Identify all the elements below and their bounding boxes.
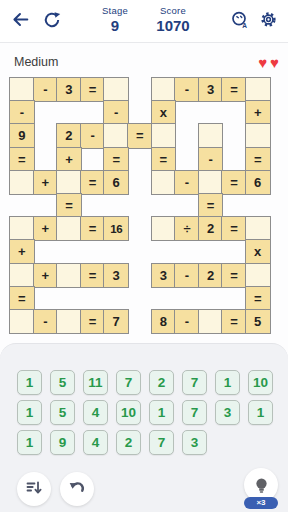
board-cell-empty[interactable] [10,310,34,333]
number-tile[interactable]: 4 [83,400,108,425]
board-cell-given: x [246,240,270,263]
sub-header: Medium ♥♥ [14,51,279,73]
number-tile[interactable]: 10 [116,400,141,425]
number-tile[interactable]: 3 [182,430,207,455]
number-tile[interactable]: 5 [50,400,75,425]
board-cell-given: + [57,148,81,171]
restart-button[interactable] [38,7,66,35]
board-cell-given: = [57,194,81,217]
board-gap [81,148,105,171]
board-cell-empty[interactable] [57,217,81,240]
board-cell-given: = [222,171,246,194]
board-gap [222,124,246,147]
board-cell-given: - [34,310,58,333]
hint-count-badge: ×3 [244,497,278,509]
board-cell-given: = [81,310,105,333]
board-cell-empty[interactable] [152,171,176,194]
board-cell-empty[interactable] [152,78,176,101]
board-cell-given: = [246,148,270,171]
tile-row: 154101731 [17,400,288,425]
board-cell-empty[interactable] [152,217,176,240]
board-gap [34,124,58,147]
board-cell-given: = [81,217,105,240]
number-tile[interactable]: 1 [17,370,42,395]
board-cell-given: = [222,217,246,240]
score-stat: Score 1070 [142,5,204,34]
board-gap [34,287,58,310]
board-gap [222,287,246,310]
board-cell-given: 2 [199,217,223,240]
board-gap [175,124,199,147]
stage-stat: Stage 9 [88,5,142,34]
board-gap [128,148,152,171]
board-gap [34,194,58,217]
number-tile[interactable]: 2 [116,430,141,455]
board-cell-given: = [81,78,105,101]
board-cell-given: 2 [57,124,81,147]
board-cell-empty[interactable] [57,171,81,194]
board-gap [104,287,128,310]
board-cell-given: - [104,101,128,124]
board-gap [128,240,152,263]
board-cell-given: = [152,148,176,171]
number-tile[interactable]: 7 [182,370,207,395]
board-cell-given: 9 [10,124,34,147]
board-cell-empty[interactable] [10,264,34,287]
board-gap [199,101,223,124]
board-cell-given: 6 [104,171,128,194]
svg-text:A: A [242,22,247,29]
board-gap [199,240,223,263]
board-gap [81,194,105,217]
board-cell-given: = [81,264,105,287]
tile-row: 194273 [17,430,288,455]
board-cell-given: = [10,287,34,310]
board-gap [175,194,199,217]
board-gap [104,240,128,263]
number-tile[interactable]: 9 [50,430,75,455]
board-gap [34,148,58,171]
score-label: Score [142,5,204,16]
board-gap [222,240,246,263]
medal-button[interactable]: A [226,7,254,35]
stage-label: Stage [88,5,142,16]
board-gap [175,148,199,171]
board-cell-given: - [175,310,199,333]
board-cell-given: 3 [199,78,223,101]
board-cell-empty[interactable] [104,124,128,147]
board-gap [152,194,176,217]
number-tile[interactable]: 7 [116,370,141,395]
board-gap [81,101,105,124]
app: Stage 9 Score 1070 A [0,0,288,512]
board-cell-given: x [152,101,176,124]
settings-button[interactable] [254,7,282,35]
board-gap [246,194,270,217]
board-cell-given: - [199,148,223,171]
board-cell-given: + [246,101,270,124]
number-tile[interactable]: 5 [50,370,75,395]
number-tile[interactable]: 7 [182,400,207,425]
number-tile[interactable]: 1 [215,370,240,395]
board: -3=-3=--x+92-==+==-=+=6-=6==+=16÷2=+x+=3… [10,78,270,333]
board-gap [152,240,176,263]
board-cell-given: + [34,264,58,287]
board-cell-given: = [222,78,246,101]
board-cell-empty[interactable] [57,310,81,333]
board-cell-given: = [199,194,223,217]
board-gap [152,287,176,310]
board-cell-empty[interactable] [104,78,128,101]
score-value: 1070 [142,17,204,34]
board-cell-empty[interactable] [246,217,270,240]
hint-button[interactable]: ×3 [244,468,278,512]
difficulty-label: Medium [14,55,58,69]
back-button[interactable] [6,7,34,35]
board-gap [57,240,81,263]
board-cell-empty[interactable] [10,171,34,194]
number-tile[interactable]: 2 [149,370,174,395]
board-cell-empty[interactable] [199,171,223,194]
board-cell-given: 3 [152,264,176,287]
board-gap [222,194,246,217]
board-gap [128,217,152,240]
board-gap [175,101,199,124]
board-cell-empty[interactable] [246,264,270,287]
board-cell-given: - [175,78,199,101]
board-gap [104,194,128,217]
board-cell-given: + [10,240,34,263]
number-tile[interactable]: 1 [149,400,174,425]
board-cell-given: - [81,124,105,147]
board-cell-empty[interactable] [10,78,34,101]
tile-tray: 1511727110 154101731 194273 [0,344,288,455]
tile-tray-sheet: 1511727110 154101731 194273 [0,343,288,512]
board-cell-empty[interactable] [199,124,223,147]
board-cell-given: = [10,148,34,171]
board-gap [222,148,246,171]
board-gap [222,101,246,124]
board-gap [175,240,199,263]
board-gap [81,287,105,310]
number-tile[interactable]: 7 [149,430,174,455]
board-cell-empty[interactable] [57,264,81,287]
board-cell-empty[interactable] [246,124,270,147]
number-tile[interactable]: 11 [83,370,108,395]
board-cell-given: = [128,124,152,147]
back-arrow-icon [10,9,31,33]
undo-arrow-icon [68,478,87,500]
board-gap [34,101,58,124]
number-tile[interactable]: 1 [17,400,42,425]
board-gap [128,264,152,287]
board-cell-given: = [222,264,246,287]
undo-button[interactable] [60,472,94,506]
stage-value: 9 [88,17,142,34]
gear-icon [259,10,278,32]
number-tile[interactable]: 4 [83,430,108,455]
board-cell-given: - [175,264,199,287]
board-gap [128,310,152,333]
refresh-icon [42,10,62,33]
board-gap [128,171,152,194]
top-bar: Stage 9 Score 1070 A [0,0,288,43]
board-gap [128,194,152,217]
number-tile[interactable]: 3 [215,400,240,425]
number-tile[interactable]: 1 [248,400,273,425]
heart-icon: ♥ [270,55,279,70]
board-cell-empty[interactable] [199,310,223,333]
lives: ♥♥ [258,55,279,70]
board-cell-given: 6 [246,171,270,194]
number-tile[interactable]: 1 [17,430,42,455]
board-cell-given: = [81,171,105,194]
board-gap [128,78,152,101]
board-cell-empty[interactable] [10,217,34,240]
board-gap [57,101,81,124]
board-cell-given: 8 [152,310,176,333]
board-cell-empty[interactable] [152,124,176,147]
heart-icon: ♥ [258,55,267,70]
board-cell-empty[interactable] [246,78,270,101]
board-cell-given: - [175,171,199,194]
board-cell-given: + [34,217,58,240]
sort-tiles-button[interactable] [17,472,51,506]
board-gap [128,287,152,310]
board-cell-given: 2 [199,264,223,287]
board-gap [128,101,152,124]
board-cell-given: 7 [104,310,128,333]
board-cell-given: - [10,101,34,124]
board-cell-given: ÷ [175,217,199,240]
board-gap [175,287,199,310]
number-tile[interactable]: 10 [248,370,273,395]
board-cell-given: 3 [57,78,81,101]
board-gap [34,240,58,263]
board-cell-given: = [222,310,246,333]
tile-row: 1511727110 [17,370,288,395]
board-gap [81,240,105,263]
board-cell-given: + [34,171,58,194]
medal-icon: A [230,10,250,33]
board-cell-given: - [34,78,58,101]
board-cell-given: 16 [104,217,128,240]
board-gap [10,194,34,217]
board-cell-given: 5 [246,310,270,333]
board-cell-given: = [104,148,128,171]
board-gap [57,287,81,310]
sort-icon [25,479,43,500]
board-cell-given: = [246,287,270,310]
board-cell-given: 3 [104,264,128,287]
board-gap [199,287,223,310]
